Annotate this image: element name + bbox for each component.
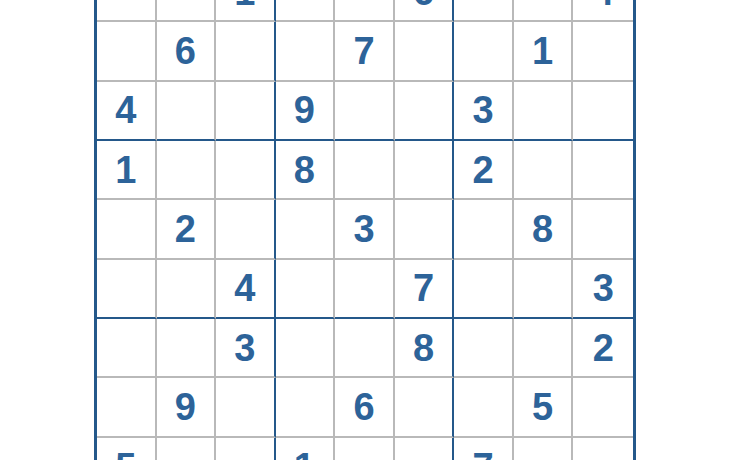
cell-r4c5[interactable]	[335, 141, 395, 200]
cell-r9c1[interactable]: 5	[97, 438, 157, 460]
cell-r2c2[interactable]: 6	[157, 22, 217, 81]
cell-r5c6[interactable]	[395, 200, 455, 259]
cell-r8c5[interactable]: 6	[335, 378, 395, 437]
cell-r5c5[interactable]: 3	[335, 200, 395, 259]
cell-r3c8[interactable]	[514, 82, 574, 141]
given-digit: 4	[593, 0, 614, 11]
cell-r4c4[interactable]: 8	[276, 141, 336, 200]
cell-r5c7[interactable]	[454, 200, 514, 259]
given-digit: 4	[115, 91, 136, 129]
cell-r5c9[interactable]	[573, 200, 633, 259]
cell-r1c5[interactable]	[335, 0, 395, 22]
given-digit: 1	[115, 151, 136, 189]
given-digit: 2	[175, 210, 196, 248]
cell-r6c2[interactable]	[157, 260, 217, 319]
cell-r8c8[interactable]: 5	[514, 378, 574, 437]
given-digit: 1	[532, 32, 553, 70]
cell-r8c1[interactable]	[97, 378, 157, 437]
cell-r3c6[interactable]	[395, 82, 455, 141]
given-digit: 4	[234, 269, 255, 307]
cell-r4c3[interactable]	[216, 141, 276, 200]
cell-r4c6[interactable]	[395, 141, 455, 200]
cell-r1c8[interactable]	[514, 0, 574, 22]
cell-r2c9[interactable]	[573, 22, 633, 81]
cell-r4c2[interactable]	[157, 141, 217, 200]
cell-r6c7[interactable]	[454, 260, 514, 319]
cell-r4c7[interactable]: 2	[454, 141, 514, 200]
cell-r3c4[interactable]: 9	[276, 82, 336, 141]
given-digit: 5	[115, 448, 136, 460]
cell-r2c3[interactable]	[216, 22, 276, 81]
given-digit: 2	[593, 329, 614, 367]
cell-r7c3[interactable]: 3	[216, 319, 276, 378]
cell-r7c8[interactable]	[514, 319, 574, 378]
cell-r9c6[interactable]	[395, 438, 455, 460]
given-digit: 1	[294, 448, 315, 460]
cell-r3c9[interactable]	[573, 82, 633, 141]
cell-r6c8[interactable]	[514, 260, 574, 319]
cell-r1c1[interactable]	[97, 0, 157, 22]
cell-r6c1[interactable]	[97, 260, 157, 319]
given-digit: 8	[413, 329, 434, 367]
cell-r9c9[interactable]	[573, 438, 633, 460]
given-digit: 6	[175, 32, 196, 70]
cell-r1c4[interactable]	[276, 0, 336, 22]
cell-r1c9[interactable]: 4	[573, 0, 633, 22]
cell-r1c7[interactable]	[454, 0, 514, 22]
sudoku-board: 164671493182238473382965517	[94, 0, 636, 460]
cell-r4c9[interactable]	[573, 141, 633, 200]
cell-r3c7[interactable]: 3	[454, 82, 514, 141]
cell-r8c3[interactable]	[216, 378, 276, 437]
cell-r2c6[interactable]	[395, 22, 455, 81]
cell-r7c1[interactable]	[97, 319, 157, 378]
cell-r8c6[interactable]	[395, 378, 455, 437]
cell-r7c5[interactable]	[335, 319, 395, 378]
cell-r9c2[interactable]	[157, 438, 217, 460]
cell-r9c5[interactable]	[335, 438, 395, 460]
cell-r3c5[interactable]	[335, 82, 395, 141]
cell-r1c3[interactable]: 1	[216, 0, 276, 22]
cell-r9c4[interactable]: 1	[276, 438, 336, 460]
cell-r8c4[interactable]	[276, 378, 336, 437]
cell-r5c4[interactable]	[276, 200, 336, 259]
cell-r2c1[interactable]	[97, 22, 157, 81]
cell-r8c7[interactable]	[454, 378, 514, 437]
given-digit: 3	[353, 210, 374, 248]
given-digit: 3	[593, 269, 614, 307]
cell-r8c9[interactable]	[573, 378, 633, 437]
cell-r5c2[interactable]: 2	[157, 200, 217, 259]
sudoku-screenshot: 164671493182238473382965517	[0, 0, 736, 460]
given-digit: 9	[175, 388, 196, 426]
given-digit: 3	[473, 91, 494, 129]
cell-r3c3[interactable]	[216, 82, 276, 141]
given-digit: 8	[532, 210, 553, 248]
cell-r9c3[interactable]	[216, 438, 276, 460]
cell-r2c4[interactable]	[276, 22, 336, 81]
given-digit: 9	[294, 91, 315, 129]
cell-r4c1[interactable]: 1	[97, 141, 157, 200]
given-digit: 2	[473, 151, 494, 189]
cell-r9c7[interactable]: 7	[454, 438, 514, 460]
cell-r5c8[interactable]: 8	[514, 200, 574, 259]
cell-r3c1[interactable]: 4	[97, 82, 157, 141]
given-digit: 8	[294, 151, 315, 189]
cell-r9c8[interactable]	[514, 438, 574, 460]
cell-r8c2[interactable]: 9	[157, 378, 217, 437]
cell-r6c9[interactable]: 3	[573, 260, 633, 319]
cell-r7c9[interactable]: 2	[573, 319, 633, 378]
cell-r7c4[interactable]	[276, 319, 336, 378]
cell-r2c8[interactable]: 1	[514, 22, 574, 81]
cell-r5c3[interactable]	[216, 200, 276, 259]
cell-r2c5[interactable]: 7	[335, 22, 395, 81]
cell-r6c4[interactable]	[276, 260, 336, 319]
given-digit: 7	[353, 32, 374, 70]
given-digit: 3	[234, 329, 255, 367]
cell-r2c7[interactable]	[454, 22, 514, 81]
cell-r6c6[interactable]: 7	[395, 260, 455, 319]
given-digit: 1	[234, 0, 255, 11]
given-digit: 6	[413, 0, 434, 11]
cell-r4c8[interactable]	[514, 141, 574, 200]
cell-r7c2[interactable]	[157, 319, 217, 378]
given-digit: 6	[353, 388, 374, 426]
cell-r3c2[interactable]	[157, 82, 217, 141]
cell-r7c7[interactable]	[454, 319, 514, 378]
given-digit: 5	[532, 388, 553, 426]
cell-r1c6[interactable]: 6	[395, 0, 455, 22]
cell-r7c6[interactable]: 8	[395, 319, 455, 378]
cell-r6c5[interactable]	[335, 260, 395, 319]
cell-r6c3[interactable]: 4	[216, 260, 276, 319]
given-digit: 7	[413, 269, 434, 307]
cell-r1c2[interactable]	[157, 0, 217, 22]
given-digit: 7	[473, 448, 494, 460]
cell-r5c1[interactable]	[97, 200, 157, 259]
